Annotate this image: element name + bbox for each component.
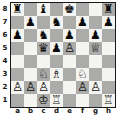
piece-white-pawn: ♙ bbox=[11, 81, 24, 94]
square-d3[interactable]: ♗ bbox=[50, 68, 63, 81]
square-a5[interactable] bbox=[11, 42, 24, 55]
square-b7[interactable]: ♟ bbox=[24, 16, 37, 29]
piece-white-pawn: ♙ bbox=[76, 81, 89, 94]
rank-label-6: 6 bbox=[0, 29, 10, 42]
square-d7[interactable]: ♞ bbox=[50, 16, 63, 29]
rank-label-5: 5 bbox=[0, 42, 10, 55]
piece-white-pawn: ♙ bbox=[63, 42, 76, 55]
square-d5[interactable]: ♟ bbox=[50, 42, 63, 55]
square-b6[interactable] bbox=[24, 29, 37, 42]
piece-white-pawn: ♙ bbox=[24, 81, 37, 94]
square-a2[interactable]: ♙ bbox=[11, 81, 24, 94]
square-g8[interactable] bbox=[89, 3, 102, 16]
piece-white-queen: ♕ bbox=[89, 42, 102, 55]
piece-black-pawn: ♟ bbox=[76, 16, 89, 29]
square-h7[interactable]: ♟ bbox=[102, 16, 115, 29]
piece-black-bishop: ♝ bbox=[37, 3, 50, 16]
file-label-a: a bbox=[11, 106, 24, 117]
square-e8[interactable]: ♚ bbox=[63, 3, 76, 16]
square-a6[interactable]: ♟ bbox=[11, 29, 24, 42]
rank-label-8: 8 bbox=[0, 3, 10, 16]
piece-black-king: ♚ bbox=[63, 3, 76, 16]
square-e3[interactable] bbox=[63, 68, 76, 81]
rank-label-2: 2 bbox=[0, 81, 10, 94]
piece-black-pawn: ♟ bbox=[50, 42, 63, 55]
piece-black-knight: ♞ bbox=[50, 16, 63, 29]
square-e2[interactable] bbox=[63, 81, 76, 94]
square-a8[interactable]: ♜ bbox=[11, 3, 24, 16]
square-f7[interactable]: ♟ bbox=[76, 16, 89, 29]
square-g2[interactable]: ♙ bbox=[89, 81, 102, 94]
square-c5[interactable]: ♛ bbox=[37, 42, 50, 55]
chess-board: ♜♝♚♜♟♞♟♟♟♞♟♟♛♟♙♕♘♗♘♙♙♙♙♙♔♖♖ bbox=[10, 2, 116, 108]
chess-diagram: 87654321 ♜♝♚♜♟♞♟♟♟♞♟♟♛♟♙♕♘♗♘♙♙♙♙♙♔♖♖ abc… bbox=[0, 0, 118, 118]
square-b5[interactable] bbox=[24, 42, 37, 55]
square-f2[interactable]: ♙ bbox=[76, 81, 89, 94]
file-label-d: d bbox=[50, 106, 63, 117]
square-h5[interactable] bbox=[102, 42, 115, 55]
file-label-b: b bbox=[24, 106, 37, 117]
square-a4[interactable] bbox=[11, 55, 24, 68]
square-h4[interactable] bbox=[102, 55, 115, 68]
piece-white-pawn: ♙ bbox=[89, 81, 102, 94]
square-h3[interactable] bbox=[102, 68, 115, 81]
piece-black-pawn: ♟ bbox=[11, 29, 24, 42]
square-g4[interactable] bbox=[89, 55, 102, 68]
file-label-h: h bbox=[102, 106, 115, 117]
rank-labels: 87654321 bbox=[0, 3, 10, 107]
piece-black-pawn: ♟ bbox=[24, 16, 37, 29]
rank-label-7: 7 bbox=[0, 16, 10, 29]
square-h6[interactable] bbox=[102, 29, 115, 42]
piece-black-rook: ♜ bbox=[11, 3, 24, 16]
square-b4[interactable] bbox=[24, 55, 37, 68]
file-label-f: f bbox=[76, 106, 89, 117]
file-label-c: c bbox=[37, 106, 50, 117]
square-g5[interactable]: ♕ bbox=[89, 42, 102, 55]
file-labels: abcdefgh bbox=[11, 106, 115, 117]
rank-label-3: 3 bbox=[0, 68, 10, 81]
square-b2[interactable]: ♙ bbox=[24, 81, 37, 94]
square-c8[interactable]: ♝ bbox=[37, 3, 50, 16]
rank-label-1: 1 bbox=[0, 94, 10, 107]
rank-label-4: 4 bbox=[0, 55, 10, 68]
square-f6[interactable] bbox=[76, 29, 89, 42]
piece-black-pawn: ♟ bbox=[102, 16, 115, 29]
square-f5[interactable] bbox=[76, 42, 89, 55]
file-label-g: g bbox=[89, 106, 102, 117]
square-e4[interactable] bbox=[63, 55, 76, 68]
square-e5[interactable]: ♙ bbox=[63, 42, 76, 55]
piece-white-bishop: ♗ bbox=[50, 68, 63, 81]
piece-black-queen: ♛ bbox=[37, 42, 50, 55]
file-label-e: e bbox=[63, 106, 76, 117]
